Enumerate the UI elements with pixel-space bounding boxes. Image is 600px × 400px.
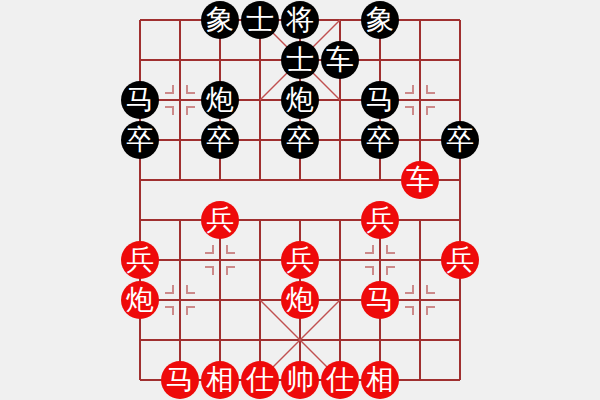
piece-black-horse[interactable]: 马 <box>361 81 399 119</box>
piece-black-soldier[interactable]: 卒 <box>121 121 159 159</box>
piece-black-chariot[interactable]: 车 <box>321 41 359 79</box>
piece-red-soldier[interactable]: 兵 <box>201 201 239 239</box>
piece-red-chariot[interactable]: 车 <box>401 161 439 199</box>
screenshot-root: 象士将象士车马炮炮马卒卒卒卒卒车兵兵兵兵兵炮炮马马相仕帅仕相 <box>0 0 600 400</box>
piece-black-soldier[interactable]: 卒 <box>361 121 399 159</box>
piece-red-horse[interactable]: 马 <box>161 361 199 399</box>
piece-red-general[interactable]: 帅 <box>281 361 319 399</box>
piece-red-horse[interactable]: 马 <box>361 281 399 319</box>
piece-red-soldier[interactable]: 兵 <box>441 241 479 279</box>
piece-red-cannon[interactable]: 炮 <box>121 281 159 319</box>
piece-black-soldier[interactable]: 卒 <box>441 121 479 159</box>
piece-black-cannon[interactable]: 炮 <box>201 81 239 119</box>
piece-black-elephant[interactable]: 象 <box>201 1 239 39</box>
piece-layer: 象士将象士车马炮炮马卒卒卒卒卒车兵兵兵兵兵炮炮马马相仕帅仕相 <box>120 0 480 400</box>
piece-red-advisor[interactable]: 仕 <box>241 361 279 399</box>
piece-red-elephant[interactable]: 相 <box>361 361 399 399</box>
xiangqi-board: 象士将象士车马炮炮马卒卒卒卒卒车兵兵兵兵兵炮炮马马相仕帅仕相 <box>120 0 480 400</box>
piece-black-soldier[interactable]: 卒 <box>201 121 239 159</box>
piece-black-advisor[interactable]: 士 <box>281 41 319 79</box>
piece-black-horse[interactable]: 马 <box>121 81 159 119</box>
piece-red-soldier[interactable]: 兵 <box>121 241 159 279</box>
piece-red-soldier[interactable]: 兵 <box>361 201 399 239</box>
piece-black-advisor[interactable]: 士 <box>241 1 279 39</box>
piece-red-cannon[interactable]: 炮 <box>281 281 319 319</box>
piece-red-soldier[interactable]: 兵 <box>281 241 319 279</box>
piece-black-soldier[interactable]: 卒 <box>281 121 319 159</box>
piece-black-cannon[interactable]: 炮 <box>281 81 319 119</box>
piece-red-elephant[interactable]: 相 <box>201 361 239 399</box>
piece-black-general[interactable]: 将 <box>281 1 319 39</box>
piece-red-advisor[interactable]: 仕 <box>321 361 359 399</box>
piece-black-elephant[interactable]: 象 <box>361 1 399 39</box>
